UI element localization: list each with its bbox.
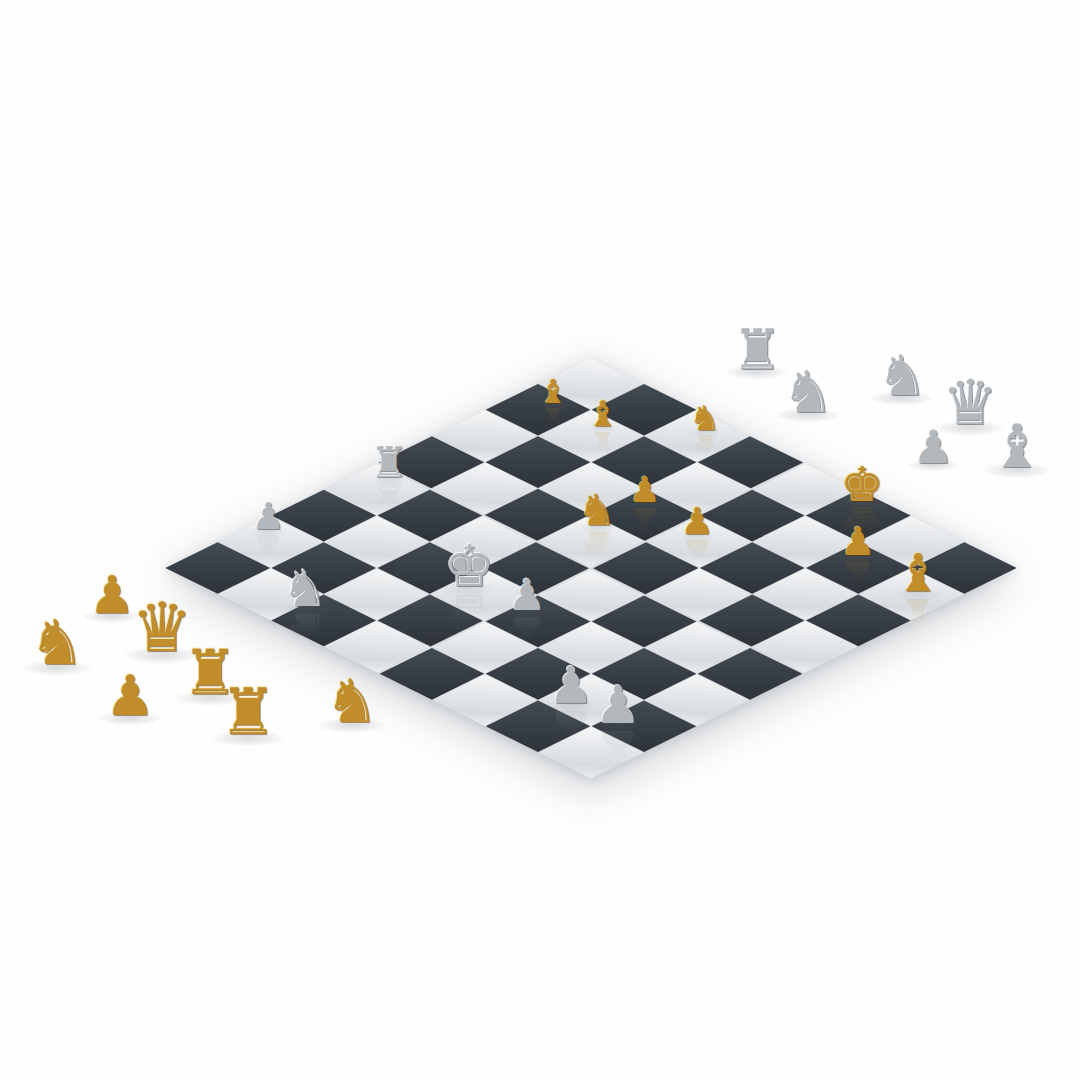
knight-glyph: ♞ (282, 563, 328, 614)
king-glyph: ♚ (840, 460, 883, 508)
knight-glyph: ♞ (29, 612, 85, 674)
pawn-glyph: ♟ (629, 473, 660, 508)
knight-glyph: ♞ (690, 401, 720, 435)
rook-glyph: ♜ (732, 322, 782, 378)
knight-glyph: ♞ (578, 489, 617, 532)
rook-glyph: ♜ (219, 680, 276, 744)
pawn-glyph: ♟ (508, 574, 547, 617)
pawn-glyph: ♟ (251, 498, 284, 535)
knight-glyph: ♞ (325, 671, 379, 731)
pawn-glyph: ♟ (595, 679, 642, 731)
king-glyph: ♚ (443, 538, 494, 595)
pawn-glyph: ♟ (680, 503, 713, 540)
pawn-glyph: ♟ (841, 522, 876, 561)
pawn-glyph: ♟ (912, 424, 953, 470)
product-photo-stage: ♜♞♝♝♞♝♝♛♞♞♟♝♜♜♚♚♟♟♞♞♟♟♟♟♟♟♚♚♝♝♞♞♟♟♟♛♞♜♟♟… (0, 0, 1080, 1080)
knight-glyph: ♞ (877, 348, 927, 404)
pawn-glyph: ♟ (105, 668, 155, 724)
bishop-glyph: ♝ (538, 375, 568, 408)
pawn-glyph: ♟ (89, 569, 136, 621)
bishop-glyph: ♝ (895, 547, 942, 599)
rook-glyph: ♜ (370, 442, 408, 484)
bishop-glyph: ♝ (990, 416, 1044, 476)
bishop-glyph: ♝ (587, 397, 618, 432)
pawn-glyph: ♟ (548, 660, 594, 711)
knight-glyph: ♞ (782, 363, 834, 421)
